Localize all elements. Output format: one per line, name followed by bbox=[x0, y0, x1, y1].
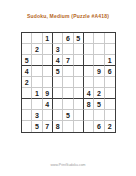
cell-r3c1: 5 bbox=[22, 55, 32, 66]
cell-r7c8: 5 bbox=[94, 99, 104, 110]
cell-r9c9: 2 bbox=[105, 121, 115, 132]
footer-url: www.PrintSudoku.com bbox=[0, 163, 136, 167]
cell-r5c1: 2 bbox=[22, 77, 32, 88]
cell-r6c7: 4 bbox=[84, 88, 94, 99]
cell-r7c4[interactable] bbox=[53, 99, 63, 110]
cell-r6c3: 9 bbox=[43, 88, 53, 99]
cell-r3c6[interactable] bbox=[74, 55, 84, 66]
cell-r6c1[interactable] bbox=[22, 88, 32, 99]
cell-r3c9: 1 bbox=[105, 55, 115, 66]
sudoku-grid: 1652354714596219424853557862 bbox=[21, 32, 116, 133]
cell-r4c5[interactable] bbox=[63, 66, 73, 77]
cell-r3c4: 4 bbox=[53, 55, 63, 66]
cell-r5c9[interactable] bbox=[105, 77, 115, 88]
cell-r5c5[interactable] bbox=[63, 77, 73, 88]
cell-r4c6[interactable] bbox=[74, 66, 84, 77]
cell-r8c7[interactable] bbox=[84, 110, 94, 121]
cell-r5c7[interactable] bbox=[84, 77, 94, 88]
cell-r9c3: 7 bbox=[43, 121, 53, 132]
cell-r1c3: 1 bbox=[43, 33, 53, 44]
cell-r3c8[interactable] bbox=[94, 55, 104, 66]
cell-r4c4: 5 bbox=[53, 66, 63, 77]
cell-r6c2: 1 bbox=[32, 88, 42, 99]
cell-r4c8: 9 bbox=[94, 66, 104, 77]
cell-r9c2: 5 bbox=[32, 121, 42, 132]
sudoku-page: Sudoku, Medium (Puzzle #A418) 1652354714… bbox=[0, 0, 136, 176]
page-title: Sudoku, Medium (Puzzle #A418) bbox=[0, 13, 136, 19]
cell-r5c2[interactable] bbox=[32, 77, 42, 88]
cell-r2c1[interactable] bbox=[22, 44, 32, 55]
cell-r4c3[interactable] bbox=[43, 66, 53, 77]
cell-r1c2[interactable] bbox=[32, 33, 42, 44]
cell-r7c3: 4 bbox=[43, 99, 53, 110]
cell-r9c5[interactable] bbox=[63, 121, 73, 132]
cell-r5c8[interactable] bbox=[94, 77, 104, 88]
cell-r1c9[interactable] bbox=[105, 33, 115, 44]
cell-r8c1[interactable] bbox=[22, 110, 32, 121]
cell-r5c3[interactable] bbox=[43, 77, 53, 88]
cell-r9c4: 8 bbox=[53, 121, 63, 132]
cell-r4c2[interactable] bbox=[32, 66, 42, 77]
cell-r1c6: 5 bbox=[74, 33, 84, 44]
cell-r9c8: 6 bbox=[94, 121, 104, 132]
cell-r1c8[interactable] bbox=[94, 33, 104, 44]
cell-r8c8[interactable] bbox=[94, 110, 104, 121]
cell-r8c4[interactable] bbox=[53, 110, 63, 121]
cell-r2c3[interactable] bbox=[43, 44, 53, 55]
cell-r2c8[interactable] bbox=[94, 44, 104, 55]
cell-r7c9[interactable] bbox=[105, 99, 115, 110]
cell-r4c9: 6 bbox=[105, 66, 115, 77]
cell-r2c2: 2 bbox=[32, 44, 42, 55]
cell-r1c1[interactable] bbox=[22, 33, 32, 44]
cell-r8c5: 5 bbox=[63, 110, 73, 121]
cell-r3c3[interactable] bbox=[43, 55, 53, 66]
cell-r9c7[interactable] bbox=[84, 121, 94, 132]
cell-r3c7[interactable] bbox=[84, 55, 94, 66]
cell-r5c4[interactable] bbox=[53, 77, 63, 88]
cell-r7c1[interactable] bbox=[22, 99, 32, 110]
cell-r8c3[interactable] bbox=[43, 110, 53, 121]
cell-r2c7[interactable] bbox=[84, 44, 94, 55]
cell-r8c2: 3 bbox=[32, 110, 42, 121]
cell-r2c4: 3 bbox=[53, 44, 63, 55]
cell-r4c7[interactable] bbox=[84, 66, 94, 77]
cell-r8c9[interactable] bbox=[105, 110, 115, 121]
cell-r1c7[interactable] bbox=[84, 33, 94, 44]
cell-r5c6[interactable] bbox=[74, 77, 84, 88]
cell-r3c5: 7 bbox=[63, 55, 73, 66]
cell-r7c5[interactable] bbox=[63, 99, 73, 110]
cell-r6c8: 2 bbox=[94, 88, 104, 99]
cell-r6c5[interactable] bbox=[63, 88, 73, 99]
cell-r4c1: 4 bbox=[22, 66, 32, 77]
cell-r2c5[interactable] bbox=[63, 44, 73, 55]
cell-r8c6[interactable] bbox=[74, 110, 84, 121]
cell-r7c7: 8 bbox=[84, 99, 94, 110]
cell-r6c6[interactable] bbox=[74, 88, 84, 99]
cell-r9c1[interactable] bbox=[22, 121, 32, 132]
cell-r3c2[interactable] bbox=[32, 55, 42, 66]
cell-r7c2[interactable] bbox=[32, 99, 42, 110]
cell-r6c4[interactable] bbox=[53, 88, 63, 99]
cell-r2c9[interactable] bbox=[105, 44, 115, 55]
cell-r7c6[interactable] bbox=[74, 99, 84, 110]
cell-r1c5: 6 bbox=[63, 33, 73, 44]
cell-r1c4[interactable] bbox=[53, 33, 63, 44]
cell-r6c9[interactable] bbox=[105, 88, 115, 99]
cell-r9c6[interactable] bbox=[74, 121, 84, 132]
cell-r2c6[interactable] bbox=[74, 44, 84, 55]
